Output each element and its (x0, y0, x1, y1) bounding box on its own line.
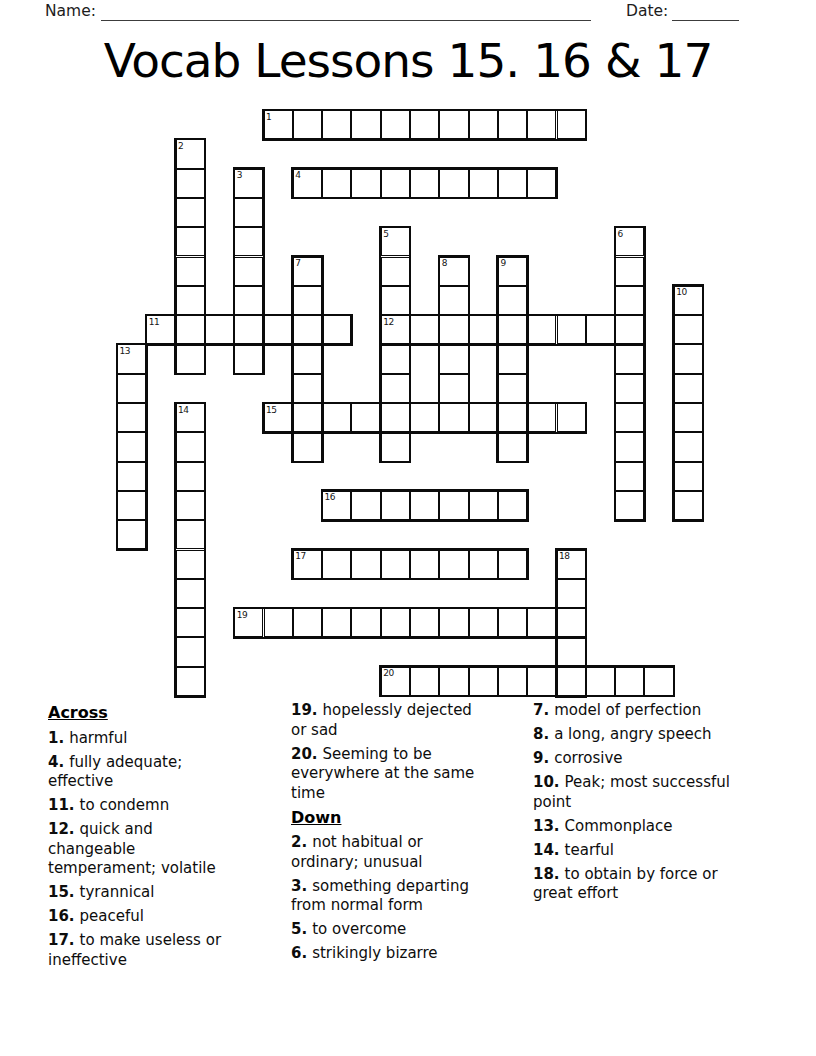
clue-19: 19.hopelessly dejected or sad (291, 701, 490, 740)
grid-cell-r2c14[interactable] (527, 169, 556, 198)
clue-text: tyrannical (80, 883, 155, 901)
grid-cell-r11c2[interactable] (176, 432, 205, 461)
across-header: Across (48, 703, 236, 723)
clue-11: 11.to condemn (48, 796, 236, 816)
grid-cell-r19c10[interactable] (410, 667, 439, 696)
grid-cell-r7c4[interactable] (234, 315, 263, 344)
clue-15: 15.tyrannical (48, 883, 236, 903)
grid-cell-r3c4[interactable] (234, 198, 263, 227)
clue-text: hopelessly dejected or sad (291, 701, 472, 739)
grid-cell-r0c11[interactable] (439, 110, 468, 139)
grid-cell-r7c12[interactable] (469, 315, 498, 344)
clue-number: 7. (533, 701, 549, 719)
grid-cell-r5c9[interactable] (381, 257, 410, 286)
grid-cell-r9c19[interactable] (674, 374, 703, 403)
grid-cell-r9c9[interactable] (381, 374, 410, 403)
cell-number-18: 18 (559, 551, 569, 561)
clue-number: 3. (291, 877, 307, 895)
grid-cell-r6c17[interactable] (615, 286, 644, 315)
clue-number: 13. (533, 817, 560, 835)
grid-cell-r18c15[interactable] (557, 637, 586, 666)
grid-cell-r6c13[interactable] (498, 286, 527, 315)
grid-cell-r9c6[interactable] (293, 374, 322, 403)
grid-cell-r15c11[interactable] (439, 550, 468, 579)
grid-cell-r4c2[interactable] (176, 227, 205, 256)
grid-cell-r8c17[interactable] (615, 344, 644, 373)
grid-cell-r11c17[interactable] (615, 432, 644, 461)
grid-cell-r0c7[interactable] (322, 110, 351, 139)
clue-text: to condemn (80, 796, 170, 814)
clue-number: 10. (533, 773, 560, 791)
grid-cell-r7c16[interactable] (586, 315, 615, 344)
grid-cell-r0c14[interactable] (527, 110, 556, 139)
grid-cell-r10c0[interactable] (117, 403, 146, 432)
clue-text: to overcome (312, 920, 406, 938)
grid-cell-r2c7[interactable] (322, 169, 351, 198)
cell-number-19: 19 (237, 610, 247, 620)
cell-number-6: 6 (618, 229, 623, 239)
clue-text: peaceful (80, 907, 144, 925)
clue-13: 13.Commonplace (533, 817, 741, 837)
clue-number: 11. (48, 796, 75, 814)
grid-cell-r0c13[interactable] (498, 110, 527, 139)
grid-cell-r13c13[interactable] (498, 491, 527, 520)
clue-text: model of perfection (554, 701, 701, 719)
grid-cell-r19c17[interactable] (615, 667, 644, 696)
cell-number-11: 11 (149, 317, 159, 327)
grid-cell-r9c0[interactable] (117, 374, 146, 403)
cell-number-9: 9 (500, 258, 505, 268)
cell-number-15: 15 (266, 405, 276, 415)
grid-cell-r13c19[interactable] (674, 491, 703, 520)
grid-cell-r12c0[interactable] (117, 462, 146, 491)
grid-cell-r16c15[interactable] (557, 579, 586, 608)
cell-number-20: 20 (383, 668, 393, 678)
clue-number: 16. (48, 907, 75, 925)
clue-number: 17. (48, 931, 75, 949)
clue-5: 5.to overcome (291, 920, 490, 940)
clue-1: 1.harmful (48, 729, 236, 749)
clue-12: 12.quick and changeable temperament; vol… (48, 820, 236, 879)
grid-cell-r17c15[interactable] (557, 608, 586, 637)
clue-18: 18.to obtain by force or great effort (533, 865, 741, 904)
grid-cell-r7c11[interactable] (439, 315, 468, 344)
grid-cell-r10c12[interactable] (469, 403, 498, 432)
clue-column-3: 7.model of perfection8.a long, angry spe… (533, 701, 741, 908)
grid-cell-r17c14[interactable] (527, 608, 556, 637)
grid-cell-r15c13[interactable] (498, 550, 527, 579)
clue-text: harmful (69, 729, 127, 747)
cell-number-17: 17 (295, 551, 305, 561)
clue-number: 6. (291, 944, 307, 962)
grid-cell-r10c15[interactable] (557, 403, 586, 432)
grid-cell-r10c6[interactable] (293, 403, 322, 432)
cell-number-7: 7 (295, 258, 300, 268)
grid-cell-r0c9[interactable] (381, 110, 410, 139)
grid-cell-r19c16[interactable] (586, 667, 615, 696)
grid-cell-r8c4[interactable] (234, 344, 263, 373)
grid-cell-r17c2[interactable] (176, 608, 205, 637)
grid-cell-r7c15[interactable] (557, 315, 586, 344)
grid-cell-r5c2[interactable] (176, 257, 205, 286)
grid-cell-r7c17[interactable] (615, 315, 644, 344)
grid-cell-r19c14[interactable] (527, 667, 556, 696)
grid-cell-r10c9[interactable] (381, 403, 410, 432)
grid-cell-r12c2[interactable] (176, 462, 205, 491)
cell-number-12: 12 (383, 317, 393, 327)
grid-cell-r0c12[interactable] (469, 110, 498, 139)
clue-column-2: 19.hopelessly dejected or sad20.Seeming … (291, 701, 490, 968)
cell-number-16: 16 (325, 492, 335, 502)
clue-number: 12. (48, 820, 75, 838)
grid-cell-r6c2[interactable] (176, 286, 205, 315)
clue-10: 10.Peak; most successful point (533, 773, 741, 812)
grid-cell-r17c5[interactable] (264, 608, 293, 637)
grid-cell-r0c6[interactable] (293, 110, 322, 139)
cell-number-3: 3 (237, 170, 242, 180)
grid-cell-r17c6[interactable] (293, 608, 322, 637)
clue-3: 3.something departing from normal form (291, 877, 490, 916)
grid-cell-r2c8[interactable] (351, 169, 380, 198)
clue-2: 2.not habitual or ordinary; unusual (291, 833, 490, 872)
grid-cell-r7c2[interactable] (176, 315, 205, 344)
grid-cell-r17c8[interactable] (351, 608, 380, 637)
clue-number: 18. (533, 865, 560, 883)
clue-number: 5. (291, 920, 307, 938)
crossword-grid: 1234567891011121314151617181920 (117, 110, 703, 696)
grid-cell-r15c2[interactable] (176, 550, 205, 579)
clue-text: fully adequate; effective (48, 753, 182, 791)
grid-cell-r10c13[interactable] (498, 403, 527, 432)
grid-cell-r7c19[interactable] (674, 315, 703, 344)
grid-cell-r19c2[interactable] (176, 667, 205, 696)
grid-cell-r6c11[interactable] (439, 286, 468, 315)
grid-cell-r8c6[interactable] (293, 344, 322, 373)
clue-number: 14. (533, 841, 560, 859)
grid-cell-r5c4[interactable] (234, 257, 263, 286)
grid-cell-r15c10[interactable] (410, 550, 439, 579)
grid-cell-r10c10[interactable] (410, 403, 439, 432)
grid-cell-r4c4[interactable] (234, 227, 263, 256)
grid-cell-r8c11[interactable] (439, 344, 468, 373)
clue-text: Commonplace (565, 817, 673, 835)
grid-cell-r15c12[interactable] (469, 550, 498, 579)
grid-cell-r15c8[interactable] (351, 550, 380, 579)
grid-cell-r9c17[interactable] (615, 374, 644, 403)
clue-number: 8. (533, 725, 549, 743)
grid-cell-r0c15[interactable] (557, 110, 586, 139)
grid-cell-r8c2[interactable] (176, 344, 205, 373)
clue-text: not habitual or ordinary; unusual (291, 833, 423, 871)
cell-number-14: 14 (178, 405, 188, 415)
clue-number: 20. (291, 745, 318, 763)
grid-cell-r0c10[interactable] (410, 110, 439, 139)
grid-cell-r13c17[interactable] (615, 491, 644, 520)
grid-cell-r0c8[interactable] (351, 110, 380, 139)
grid-cell-r7c7[interactable] (322, 315, 351, 344)
grid-cell-r19c11[interactable] (439, 667, 468, 696)
cell-number-10: 10 (676, 287, 686, 297)
grid-cell-r8c9[interactable] (381, 344, 410, 373)
clue-number: 2. (291, 833, 307, 851)
grid-cell-r11c9[interactable] (381, 432, 410, 461)
clue-text: strikingly bizarre (312, 944, 437, 962)
grid-cell-r13c0[interactable] (117, 491, 146, 520)
worksheet-page: { "game": "crossword", "title": "Vocab L… (0, 0, 816, 1056)
cell-number-2: 2 (178, 141, 183, 151)
grid-cell-r10c17[interactable] (615, 403, 644, 432)
cell-number-5: 5 (383, 229, 388, 239)
clue-text: to obtain by force or great effort (533, 865, 718, 903)
grid-cell-r17c11[interactable] (439, 608, 468, 637)
clue-text: Seeming to be everywhere at the same tim… (291, 745, 474, 802)
clues-section: Across1.harmful4.fully adequate; effecti… (0, 701, 816, 1056)
grid-cell-r5c17[interactable] (615, 257, 644, 286)
grid-cell-r12c19[interactable] (674, 462, 703, 491)
date-label: Date: (626, 2, 668, 20)
grid-cell-r13c12[interactable] (469, 491, 498, 520)
clue-number: 1. (48, 729, 64, 747)
grid-cell-r10c8[interactable] (351, 403, 380, 432)
grid-cell-r7c14[interactable] (527, 315, 556, 344)
grid-cell-r8c19[interactable] (674, 344, 703, 373)
page-title: Vocab Lessons 15. 16 & 17 (0, 33, 816, 88)
grid-cell-r2c10[interactable] (410, 169, 439, 198)
grid-cell-r15c9[interactable] (381, 550, 410, 579)
grid-cell-r2c9[interactable] (381, 169, 410, 198)
grid-cell-r11c13[interactable] (498, 432, 527, 461)
grid-cell-r8c13[interactable] (498, 344, 527, 373)
grid-cell-r11c0[interactable] (117, 432, 146, 461)
grid-cell-r14c0[interactable] (117, 520, 146, 549)
grid-cell-r14c2[interactable] (176, 520, 205, 549)
grid-cell-r17c9[interactable] (381, 608, 410, 637)
grid-cell-r19c12[interactable] (469, 667, 498, 696)
cell-number-1: 1 (266, 112, 271, 122)
clue-9: 9.corrosive (533, 749, 741, 769)
grid-cell-r13c10[interactable] (410, 491, 439, 520)
grid-cell-r11c6[interactable] (293, 432, 322, 461)
grid-cell-r13c9[interactable] (381, 491, 410, 520)
grid-cell-r2c13[interactable] (498, 169, 527, 198)
grid-cell-r10c11[interactable] (439, 403, 468, 432)
grid-cell-r7c5[interactable] (264, 315, 293, 344)
clue-17: 17.to make useless or ineffective (48, 931, 236, 970)
cell-number-4: 4 (295, 170, 300, 180)
grid-cell-r3c2[interactable] (176, 198, 205, 227)
name-label: Name: (45, 2, 96, 20)
clue-text: Peak; most successful point (533, 773, 730, 811)
grid-cell-r15c7[interactable] (322, 550, 351, 579)
clue-text: tearful (565, 841, 614, 859)
grid-cell-r16c2[interactable] (176, 579, 205, 608)
grid-cell-r11c19[interactable] (674, 432, 703, 461)
clue-14: 14.tearful (533, 841, 741, 861)
clue-number: 4. (48, 753, 64, 771)
grid-cell-r10c7[interactable] (322, 403, 351, 432)
clue-8: 8.a long, angry speech (533, 725, 741, 745)
down-header: Down (291, 808, 490, 828)
grid-cell-r2c11[interactable] (439, 169, 468, 198)
clue-text: something departing from normal form (291, 877, 469, 915)
grid-cell-r17c12[interactable] (469, 608, 498, 637)
grid-cell-r13c8[interactable] (351, 491, 380, 520)
grid-cell-r7c3[interactable] (205, 315, 234, 344)
clue-number: 9. (533, 749, 549, 767)
grid-cell-r6c6[interactable] (293, 286, 322, 315)
clue-text: corrosive (554, 749, 622, 767)
grid-cell-r6c9[interactable] (381, 286, 410, 315)
grid-cell-r19c13[interactable] (498, 667, 527, 696)
clue-column-1: Across1.harmful4.fully adequate; effecti… (48, 701, 236, 975)
grid-cell-r17c10[interactable] (410, 608, 439, 637)
clue-4: 4.fully adequate; effective (48, 753, 236, 792)
cell-number-13: 13 (120, 346, 130, 356)
clue-number: 19. (291, 701, 318, 719)
grid-cell-r18c2[interactable] (176, 637, 205, 666)
grid-cell-r2c12[interactable] (469, 169, 498, 198)
date-write-line[interactable] (672, 20, 739, 21)
grid-cell-r7c10[interactable] (410, 315, 439, 344)
grid-cell-r19c15[interactable] (557, 667, 586, 696)
grid-cell-r7c13[interactable] (498, 315, 527, 344)
clue-text: a long, angry speech (554, 725, 711, 743)
grid-cell-r9c13[interactable] (498, 374, 527, 403)
cell-number-8: 8 (442, 258, 447, 268)
clue-7: 7.model of perfection (533, 701, 741, 721)
grid-cell-r7c6[interactable] (293, 315, 322, 344)
clue-6: 6.strikingly bizarre (291, 944, 490, 964)
grid-cell-r2c2[interactable] (176, 169, 205, 198)
clue-number: 15. (48, 883, 75, 901)
grid-cell-r12c17[interactable] (615, 462, 644, 491)
name-write-line[interactable] (101, 20, 591, 21)
grid-cell-r6c4[interactable] (234, 286, 263, 315)
grid-cell-r13c2[interactable] (176, 491, 205, 520)
clue-20: 20.Seeming to be everywhere at the same … (291, 745, 490, 804)
grid-cell-r9c11[interactable] (439, 374, 468, 403)
grid-cell-r19c18[interactable] (644, 667, 673, 696)
grid-cell-r10c14[interactable] (527, 403, 556, 432)
grid-cell-r17c7[interactable] (322, 608, 351, 637)
grid-cell-r17c13[interactable] (498, 608, 527, 637)
grid-cell-r13c11[interactable] (439, 491, 468, 520)
grid-cell-r10c19[interactable] (674, 403, 703, 432)
clue-16: 16.peaceful (48, 907, 236, 927)
